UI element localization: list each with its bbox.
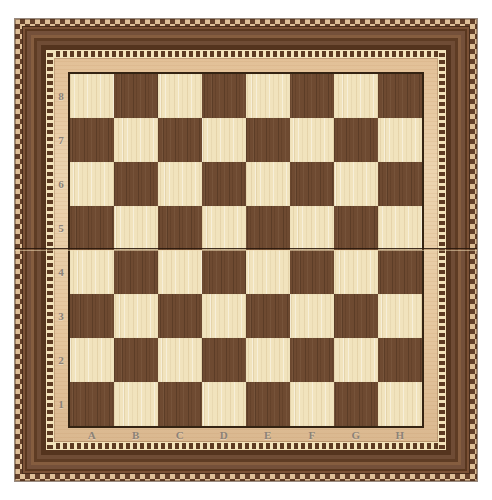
square-a4[interactable]	[70, 250, 114, 294]
rank-label-2: 2	[54, 338, 68, 382]
square-b2[interactable]	[114, 338, 158, 382]
square-c4[interactable]	[158, 250, 202, 294]
square-f2[interactable]	[290, 338, 334, 382]
square-c6[interactable]	[158, 162, 202, 206]
square-e6[interactable]	[246, 162, 290, 206]
square-g7[interactable]	[334, 118, 378, 162]
fold-seam	[15, 248, 477, 251]
square-a6[interactable]	[70, 162, 114, 206]
square-d2[interactable]	[202, 338, 246, 382]
rank-label-3: 3	[54, 294, 68, 338]
square-a2[interactable]	[70, 338, 114, 382]
square-c5[interactable]	[158, 206, 202, 250]
file-label-e: E	[246, 427, 290, 443]
square-h7[interactable]	[378, 118, 422, 162]
square-h6[interactable]	[378, 162, 422, 206]
rank-label-5: 5	[54, 206, 68, 250]
square-d8[interactable]	[202, 74, 246, 118]
square-d6[interactable]	[202, 162, 246, 206]
dotted-inlay-bottom	[46, 442, 446, 450]
square-b4[interactable]	[114, 250, 158, 294]
file-label-h: H	[378, 427, 422, 443]
square-h5[interactable]	[378, 206, 422, 250]
square-f1[interactable]	[290, 382, 334, 426]
file-label-d: D	[202, 427, 246, 443]
rank-label-8: 8	[54, 74, 68, 118]
photo-background: 87654321 ABCDEFGH	[0, 0, 492, 500]
square-b1[interactable]	[114, 382, 158, 426]
square-e2[interactable]	[246, 338, 290, 382]
square-g4[interactable]	[334, 250, 378, 294]
square-g2[interactable]	[334, 338, 378, 382]
rank-label-4: 4	[54, 250, 68, 294]
square-f4[interactable]	[290, 250, 334, 294]
file-label-c: C	[158, 427, 202, 443]
square-c1[interactable]	[158, 382, 202, 426]
square-g3[interactable]	[334, 294, 378, 338]
rank-label-1: 1	[54, 382, 68, 426]
square-e7[interactable]	[246, 118, 290, 162]
square-d7[interactable]	[202, 118, 246, 162]
square-a5[interactable]	[70, 206, 114, 250]
square-c8[interactable]	[158, 74, 202, 118]
square-e5[interactable]	[246, 206, 290, 250]
rank-label-6: 6	[54, 162, 68, 206]
square-a3[interactable]	[70, 294, 114, 338]
square-f3[interactable]	[290, 294, 334, 338]
square-a7[interactable]	[70, 118, 114, 162]
square-d4[interactable]	[202, 250, 246, 294]
square-c3[interactable]	[158, 294, 202, 338]
square-f5[interactable]	[290, 206, 334, 250]
dotted-inlay-top	[46, 50, 446, 58]
square-d3[interactable]	[202, 294, 246, 338]
square-d5[interactable]	[202, 206, 246, 250]
square-h4[interactable]	[378, 250, 422, 294]
square-d1[interactable]	[202, 382, 246, 426]
file-label-a: A	[70, 427, 114, 443]
rank-label-7: 7	[54, 118, 68, 162]
square-g5[interactable]	[334, 206, 378, 250]
square-h2[interactable]	[378, 338, 422, 382]
square-f6[interactable]	[290, 162, 334, 206]
square-c2[interactable]	[158, 338, 202, 382]
file-label-f: F	[290, 427, 334, 443]
file-label-b: B	[114, 427, 158, 443]
square-h1[interactable]	[378, 382, 422, 426]
square-g6[interactable]	[334, 162, 378, 206]
square-b8[interactable]	[114, 74, 158, 118]
square-c7[interactable]	[158, 118, 202, 162]
square-a8[interactable]	[70, 74, 114, 118]
square-e3[interactable]	[246, 294, 290, 338]
square-b6[interactable]	[114, 162, 158, 206]
square-b7[interactable]	[114, 118, 158, 162]
square-e4[interactable]	[246, 250, 290, 294]
square-b3[interactable]	[114, 294, 158, 338]
chess-board: 87654321 ABCDEFGH	[15, 19, 477, 481]
square-f8[interactable]	[290, 74, 334, 118]
square-h8[interactable]	[378, 74, 422, 118]
square-b5[interactable]	[114, 206, 158, 250]
square-h3[interactable]	[378, 294, 422, 338]
square-f7[interactable]	[290, 118, 334, 162]
square-g1[interactable]	[334, 382, 378, 426]
square-e1[interactable]	[246, 382, 290, 426]
file-labels: ABCDEFGH	[70, 427, 422, 443]
square-a1[interactable]	[70, 382, 114, 426]
square-g8[interactable]	[334, 74, 378, 118]
square-e8[interactable]	[246, 74, 290, 118]
file-label-g: G	[334, 427, 378, 443]
